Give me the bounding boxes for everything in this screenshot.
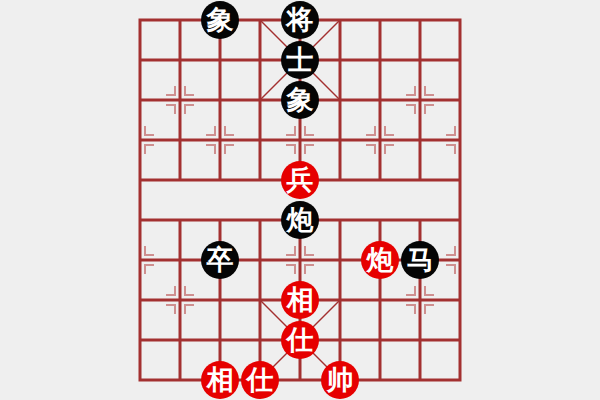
piece-red-advisor[interactable]: 仕: [241, 361, 279, 399]
piece-glyph: 相: [287, 286, 314, 313]
xiangqi-board: 象将士象兵炮卒炮马相仕相仕帅: [0, 0, 600, 400]
piece-black-general[interactable]: 将: [281, 1, 319, 39]
piece-glyph: 炮: [287, 206, 314, 233]
piece-glyph: 炮: [367, 246, 394, 273]
piece-glyph: 卒: [207, 246, 234, 273]
piece-black-horse[interactable]: 马: [401, 241, 439, 279]
piece-red-elephant[interactable]: 相: [281, 281, 319, 319]
piece-glyph: 帅: [327, 366, 354, 393]
piece-glyph: 兵: [287, 166, 314, 193]
piece-black-elephant[interactable]: 象: [281, 81, 319, 119]
piece-glyph: 士: [287, 46, 314, 73]
piece-glyph: 马: [407, 246, 434, 273]
piece-glyph: 仕: [287, 326, 314, 353]
piece-glyph: 相: [207, 366, 234, 393]
piece-black-elephant[interactable]: 象: [201, 1, 239, 39]
piece-glyph: 象: [207, 6, 234, 33]
piece-red-elephant[interactable]: 相: [201, 361, 239, 399]
piece-red-cannon[interactable]: 炮: [361, 241, 399, 279]
piece-glyph: 将: [287, 6, 314, 33]
piece-black-cannon[interactable]: 炮: [281, 201, 319, 239]
piece-black-advisor[interactable]: 士: [281, 41, 319, 79]
piece-glyph: 象: [287, 86, 314, 113]
piece-black-soldier[interactable]: 卒: [201, 241, 239, 279]
piece-red-soldier[interactable]: 兵: [281, 161, 319, 199]
piece-layer: 象将士象兵炮卒炮马相仕相仕帅: [120, 0, 480, 400]
piece-red-advisor[interactable]: 仕: [281, 321, 319, 359]
piece-red-general[interactable]: 帅: [321, 361, 359, 399]
piece-glyph: 仕: [247, 366, 274, 393]
